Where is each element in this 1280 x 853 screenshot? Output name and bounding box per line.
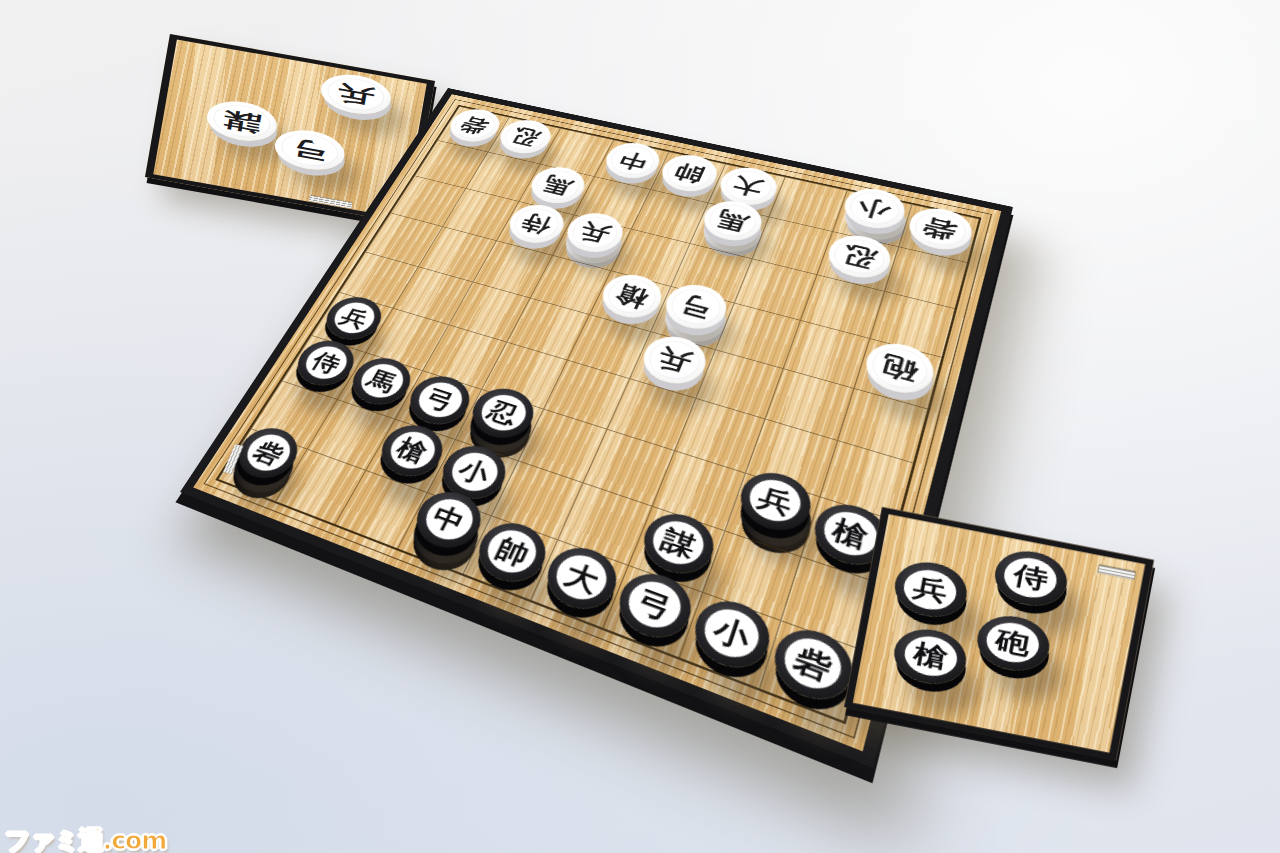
label-circle: 謀 (647, 515, 710, 571)
piece-kanji: 弓 (272, 125, 348, 175)
piece-kanji: 謀 (204, 96, 280, 146)
piece-black-samurai[interactable]: 侍 (989, 550, 1070, 616)
piece-kanji: 槍 (901, 632, 960, 680)
disc-face: 弓 (272, 125, 348, 175)
piece-kanji: 大 (550, 549, 614, 607)
piece-white-soldier[interactable]: 兵 (317, 73, 393, 123)
tray-label-sticker (308, 195, 352, 209)
disc-face: 兵 (890, 557, 971, 623)
piece-kanji: 馬 (354, 359, 410, 402)
disc-face: 兵 (317, 69, 393, 119)
disc-face: 侍 (990, 545, 1071, 611)
piece-kanji: 忍 (474, 390, 531, 436)
piece-kanji: 小 (698, 602, 765, 665)
black-reserve-tray: 兵侍砲槍 (844, 507, 1154, 760)
label-circle: 砦 (779, 631, 847, 697)
piece-kanji: 帥 (481, 524, 544, 579)
piece-kanji: 小 (444, 447, 504, 497)
disc-face: 槍 (890, 623, 971, 689)
piece-kanji: 弓 (622, 575, 687, 635)
piece-kanji: 兵 (328, 299, 381, 338)
disc-face: 謀 (204, 96, 280, 146)
piece-kanji: 兵 (744, 474, 806, 528)
piece-kanji: 謀 (647, 515, 710, 571)
label-circle: 忍 (474, 390, 531, 436)
label-circle: 弓 (412, 378, 469, 423)
piece-black-soldier[interactable]: 兵 (889, 561, 970, 627)
scene: 謀兵弓 砦忍中帥大小砦馬馬忍侍兵槍弓砲兵兵侍馬弓忍兵槍槍小謀砦中帥大弓小砦 兵侍… (0, 0, 1280, 853)
tray-label-sticker (1098, 565, 1136, 580)
piece-kanji: 砲 (984, 619, 1043, 667)
label-circle: 槍 (383, 427, 441, 475)
famitsu-watermark: ファミ通.com (5, 824, 166, 853)
piece-white-tactician[interactable]: 謀 (204, 100, 280, 150)
piece-kanji: 中 (418, 493, 479, 546)
disc-face: 砲 (973, 610, 1054, 676)
piece-black-spear[interactable]: 槍 (889, 628, 970, 694)
label-circle: 兵 (744, 474, 806, 528)
label-circle: 弓 (622, 575, 687, 635)
piece-black-cannon[interactable]: 砲 (972, 615, 1053, 681)
label-circle: 槍 (901, 632, 960, 680)
piece-kanji: 弓 (412, 378, 469, 423)
label-circle: 小 (444, 447, 504, 497)
label-circle: 小 (698, 602, 765, 665)
piece-kanji: 兵 (901, 566, 960, 614)
label-circle: 兵 (901, 566, 960, 614)
label-circle: 帥 (481, 524, 544, 579)
piece-kanji: 侍 (1001, 554, 1060, 602)
piece-kanji: 兵 (317, 69, 393, 119)
label-circle: 中 (418, 493, 479, 546)
disc-face: 砦 (903, 203, 976, 255)
label-circle: 侍 (299, 342, 354, 384)
piece-kanji: 砦 (903, 203, 976, 255)
label-circle: 兵 (328, 299, 381, 338)
label-circle: 馬 (354, 359, 410, 402)
piece-kanji: 砦 (779, 631, 847, 697)
piece-kanji: 侍 (299, 342, 354, 384)
label-circle: 侍 (1001, 554, 1060, 602)
piece-white-bow[interactable]: 弓 (271, 128, 347, 178)
piece-kanji: 槍 (383, 427, 441, 475)
label-circle: 砲 (984, 619, 1043, 667)
label-circle: 大 (550, 549, 614, 607)
